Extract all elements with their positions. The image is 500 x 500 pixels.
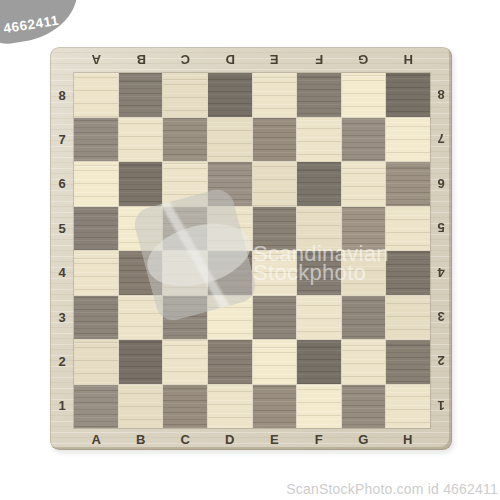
rank-label-1: 1: [50, 384, 74, 428]
square-f3[interactable]: [297, 296, 341, 340]
rank-label-2: 2: [50, 339, 74, 383]
square-a7[interactable]: [74, 118, 118, 162]
square-g6[interactable]: [342, 162, 386, 206]
file-label-b: B: [119, 47, 164, 73]
chess-board: ABCDEFGH ABCDEFGH 87654321 87654321: [50, 47, 452, 450]
square-e3[interactable]: [253, 296, 297, 340]
rank-label-8: 8: [430, 73, 452, 117]
square-f6[interactable]: [297, 162, 341, 206]
rank-labels-right: 87654321: [430, 73, 452, 428]
square-a1[interactable]: [74, 385, 118, 429]
square-e6[interactable]: [253, 162, 297, 206]
stock-photo-canvas: ABCDEFGH ABCDEFGH 87654321 87654321 Scan…: [0, 0, 500, 500]
square-d8[interactable]: [208, 73, 252, 117]
square-a4[interactable]: [74, 251, 118, 295]
square-g3[interactable]: [342, 296, 386, 340]
square-f7[interactable]: [297, 118, 341, 162]
rank-label-4: 4: [430, 251, 452, 295]
square-e1[interactable]: [253, 385, 297, 429]
file-label-a: A: [74, 47, 119, 73]
square-e2[interactable]: [253, 340, 297, 384]
rank-label-7: 7: [50, 117, 74, 161]
square-d7[interactable]: [208, 118, 252, 162]
file-label-b: B: [119, 428, 164, 450]
rank-label-3: 3: [430, 295, 452, 339]
square-g7[interactable]: [342, 118, 386, 162]
square-d1[interactable]: [208, 385, 252, 429]
square-b7[interactable]: [119, 118, 163, 162]
file-label-d: D: [208, 428, 253, 450]
corner-id-stamp: 4662411: [0, 0, 84, 47]
rank-label-8: 8: [50, 73, 74, 117]
square-b6[interactable]: [119, 162, 163, 206]
square-a5[interactable]: [74, 207, 118, 251]
file-label-d: D: [208, 47, 253, 73]
file-label-h: H: [386, 47, 431, 73]
file-label-e: E: [252, 47, 297, 73]
file-label-a: A: [74, 428, 119, 450]
rank-label-4: 4: [50, 251, 74, 295]
rank-label-6: 6: [430, 162, 452, 206]
square-h5[interactable]: [386, 207, 430, 251]
square-h3[interactable]: [386, 296, 430, 340]
file-label-c: C: [163, 428, 208, 450]
rank-label-6: 6: [50, 162, 74, 206]
square-c1[interactable]: [163, 385, 207, 429]
rank-label-1: 1: [430, 384, 452, 428]
square-f1[interactable]: [297, 385, 341, 429]
square-h6[interactable]: [386, 162, 430, 206]
rank-label-2: 2: [430, 339, 452, 383]
corner-id-text: 4662411: [2, 13, 60, 37]
rank-label-7: 7: [430, 117, 452, 161]
file-label-f: F: [297, 428, 342, 450]
square-h4[interactable]: [386, 251, 430, 295]
square-h2[interactable]: [386, 340, 430, 384]
file-labels-top: ABCDEFGH: [74, 47, 430, 73]
square-a2[interactable]: [74, 340, 118, 384]
rank-label-5: 5: [430, 206, 452, 250]
rank-label-5: 5: [50, 206, 74, 250]
square-c8[interactable]: [163, 73, 207, 117]
square-h8[interactable]: [386, 73, 430, 117]
square-h7[interactable]: [386, 118, 430, 162]
square-c7[interactable]: [163, 118, 207, 162]
square-e7[interactable]: [253, 118, 297, 162]
center-watermark-line2: Stockphoto: [253, 264, 389, 283]
square-c2[interactable]: [163, 340, 207, 384]
rank-labels-left: 87654321: [50, 73, 74, 428]
file-label-f: F: [297, 47, 342, 73]
square-g2[interactable]: [342, 340, 386, 384]
square-d2[interactable]: [208, 340, 252, 384]
file-label-e: E: [252, 428, 297, 450]
rank-label-3: 3: [50, 295, 74, 339]
square-a8[interactable]: [74, 73, 118, 117]
center-watermark: Scandinavian Stockphoto: [253, 245, 389, 282]
square-b2[interactable]: [119, 340, 163, 384]
square-a3[interactable]: [74, 296, 118, 340]
square-f2[interactable]: [297, 340, 341, 384]
square-b8[interactable]: [119, 73, 163, 117]
square-a6[interactable]: [74, 162, 118, 206]
file-labels-bottom: ABCDEFGH: [74, 428, 430, 450]
file-label-g: G: [341, 47, 386, 73]
square-g8[interactable]: [342, 73, 386, 117]
square-e8[interactable]: [253, 73, 297, 117]
square-b1[interactable]: [119, 385, 163, 429]
square-h1[interactable]: [386, 385, 430, 429]
file-label-c: C: [163, 47, 208, 73]
square-f8[interactable]: [297, 73, 341, 117]
square-g1[interactable]: [342, 385, 386, 429]
file-label-g: G: [341, 428, 386, 450]
bottom-credit-watermark: ScanStockPhoto.com id 4662411: [286, 481, 498, 497]
file-label-h: H: [386, 428, 431, 450]
